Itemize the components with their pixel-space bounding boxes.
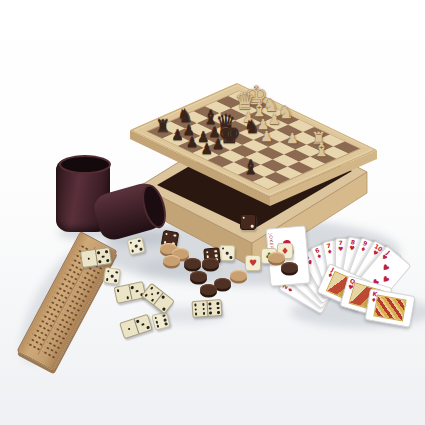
court-cards-layer: J ♦Q ♥K ♦	[0, 0, 425, 425]
games-compendium-photo: ♚♞♞♛♝♟♜♟♟♟♝♟♞♝♛♞♟♚♟♟♟♜♟♟♟♝ 2 ♦3 ♥4 ♦5 ♥6…	[0, 0, 425, 425]
court-card: K ♦	[365, 288, 416, 328]
court-card-art	[373, 295, 406, 322]
